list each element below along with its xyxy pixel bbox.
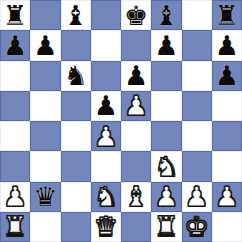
square-c5[interactable] (61, 91, 91, 121)
white-pawn[interactable]: ♟ (154, 183, 178, 210)
square-h2[interactable]: ♟ (212, 182, 242, 212)
white-pawn[interactable]: ♟ (215, 183, 239, 210)
square-g6[interactable] (182, 61, 212, 91)
square-f4[interactable] (151, 121, 181, 151)
square-c2[interactable] (61, 182, 91, 212)
square-h5[interactable] (212, 91, 242, 121)
black-bishop[interactable]: ♝ (154, 2, 178, 29)
square-d4[interactable]: ♟ (91, 121, 121, 151)
square-a8[interactable]: ♜ (0, 0, 30, 30)
white-knight[interactable]: ♞ (154, 153, 178, 180)
square-c7[interactable] (61, 30, 91, 60)
square-d7[interactable] (91, 30, 121, 60)
square-f1[interactable]: ♜ (151, 212, 181, 242)
white-bishop[interactable]: ♝ (124, 183, 148, 210)
white-knight[interactable]: ♞ (94, 183, 118, 210)
square-b1[interactable] (30, 212, 60, 242)
square-e4[interactable] (121, 121, 151, 151)
square-b5[interactable] (30, 91, 60, 121)
square-c4[interactable] (61, 121, 91, 151)
square-f8[interactable]: ♝ (151, 0, 181, 30)
black-rook[interactable]: ♜ (3, 2, 27, 29)
square-a2[interactable]: ♟ (0, 182, 30, 212)
square-f7[interactable]: ♟ (151, 30, 181, 60)
square-g3[interactable] (182, 151, 212, 181)
white-rook[interactable]: ♜ (154, 213, 178, 240)
square-f2[interactable]: ♟ (151, 182, 181, 212)
black-pawn[interactable]: ♟ (215, 62, 239, 89)
square-h7[interactable]: ♟ (212, 30, 242, 60)
square-a7[interactable]: ♟ (0, 30, 30, 60)
square-e6[interactable]: ♟ (121, 61, 151, 91)
square-d2[interactable]: ♞ (91, 182, 121, 212)
square-e3[interactable] (121, 151, 151, 181)
white-king[interactable]: ♚ (185, 213, 209, 240)
square-b8[interactable] (30, 0, 60, 30)
square-h3[interactable] (212, 151, 242, 181)
square-h8[interactable]: ♜ (212, 0, 242, 30)
black-knight[interactable]: ♞ (64, 62, 88, 89)
square-a3[interactable] (0, 151, 30, 181)
square-e7[interactable] (121, 30, 151, 60)
square-a4[interactable] (0, 121, 30, 151)
square-h1[interactable] (212, 212, 242, 242)
chess-board: ♜♝♚♝♜♟♟♟♟♞♟♟♟♟♟♞♟♛♞♝♟♟♟♜♛♜♚ (0, 0, 242, 242)
square-a5[interactable] (0, 91, 30, 121)
square-b7[interactable]: ♟ (30, 30, 60, 60)
square-c3[interactable] (61, 151, 91, 181)
square-d3[interactable] (91, 151, 121, 181)
white-rook[interactable]: ♜ (3, 213, 27, 240)
square-h6[interactable]: ♟ (212, 61, 242, 91)
square-g1[interactable]: ♚ (182, 212, 212, 242)
white-pawn[interactable]: ♟ (94, 123, 118, 150)
black-pawn[interactable]: ♟ (94, 92, 118, 119)
white-pawn[interactable]: ♟ (124, 92, 148, 119)
black-bishop[interactable]: ♝ (64, 2, 88, 29)
square-b6[interactable] (30, 61, 60, 91)
black-pawn[interactable]: ♟ (154, 32, 178, 59)
black-queen[interactable]: ♛ (33, 183, 57, 210)
square-f3[interactable]: ♞ (151, 151, 181, 181)
black-pawn[interactable]: ♟ (215, 32, 239, 59)
black-rook[interactable]: ♜ (215, 2, 239, 29)
square-d6[interactable] (91, 61, 121, 91)
square-g5[interactable] (182, 91, 212, 121)
square-d8[interactable] (91, 0, 121, 30)
square-g7[interactable] (182, 30, 212, 60)
square-f6[interactable] (151, 61, 181, 91)
square-a6[interactable] (0, 61, 30, 91)
square-d5[interactable]: ♟ (91, 91, 121, 121)
square-c8[interactable]: ♝ (61, 0, 91, 30)
black-king[interactable]: ♚ (124, 2, 148, 29)
white-pawn[interactable]: ♟ (185, 183, 209, 210)
square-e2[interactable]: ♝ (121, 182, 151, 212)
black-pawn[interactable]: ♟ (33, 32, 57, 59)
square-e1[interactable] (121, 212, 151, 242)
black-pawn[interactable]: ♟ (124, 62, 148, 89)
square-c1[interactable] (61, 212, 91, 242)
white-pawn[interactable]: ♟ (3, 183, 27, 210)
square-h4[interactable] (212, 121, 242, 151)
square-b2[interactable]: ♛ (30, 182, 60, 212)
square-c6[interactable]: ♞ (61, 61, 91, 91)
square-e5[interactable]: ♟ (121, 91, 151, 121)
square-g4[interactable] (182, 121, 212, 151)
square-b4[interactable] (30, 121, 60, 151)
square-g8[interactable] (182, 0, 212, 30)
square-d1[interactable]: ♛ (91, 212, 121, 242)
square-a1[interactable]: ♜ (0, 212, 30, 242)
white-queen[interactable]: ♛ (94, 213, 118, 240)
square-g2[interactable]: ♟ (182, 182, 212, 212)
square-e8[interactable]: ♚ (121, 0, 151, 30)
black-pawn[interactable]: ♟ (3, 32, 27, 59)
square-f5[interactable] (151, 91, 181, 121)
square-b3[interactable] (30, 151, 60, 181)
